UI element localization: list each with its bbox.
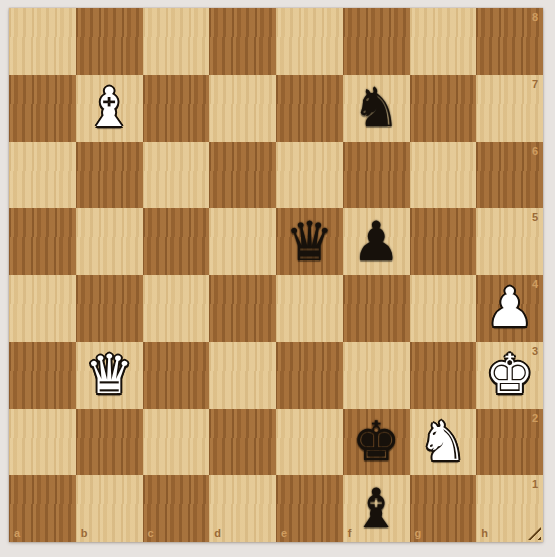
square-d2[interactable] <box>209 409 276 476</box>
square-f8[interactable] <box>343 8 410 75</box>
square-b7[interactable]: ♝ <box>76 75 143 142</box>
square-c2[interactable] <box>143 409 210 476</box>
square-b3[interactable]: ♛ <box>76 342 143 409</box>
square-b4[interactable] <box>76 275 143 342</box>
rank-label-1: 1 <box>532 478 538 490</box>
square-d1[interactable]: d <box>209 475 276 542</box>
chess-app-stage: 8♝♞76♛♟54♟♛3♚♚♞2abcdef♝gh1 <box>0 0 555 557</box>
square-h8[interactable]: 8 <box>476 8 543 75</box>
square-b5[interactable] <box>76 208 143 275</box>
white-pawn-icon[interactable]: ♟ <box>476 275 543 342</box>
square-h2[interactable]: 2 <box>476 409 543 476</box>
file-label-a: a <box>14 527 20 539</box>
white-king-icon[interactable]: ♚ <box>476 342 543 409</box>
square-f1[interactable]: f♝ <box>343 475 410 542</box>
square-b6[interactable] <box>76 142 143 209</box>
rank-label-8: 8 <box>532 11 538 23</box>
square-d4[interactable] <box>209 275 276 342</box>
square-h5[interactable]: 5 <box>476 208 543 275</box>
rank-label-7: 7 <box>532 78 538 90</box>
square-c1[interactable]: c <box>143 475 210 542</box>
square-f5[interactable]: ♟ <box>343 208 410 275</box>
square-a1[interactable]: a <box>9 475 76 542</box>
square-b1[interactable]: b <box>76 475 143 542</box>
board-resize-handle-icon[interactable] <box>528 527 541 540</box>
rank-label-5: 5 <box>532 211 538 223</box>
square-e3[interactable] <box>276 342 343 409</box>
square-h6[interactable]: 6 <box>476 142 543 209</box>
rank-label-2: 2 <box>532 412 538 424</box>
square-e5[interactable]: ♛ <box>276 208 343 275</box>
file-label-c: c <box>148 527 154 539</box>
square-c4[interactable] <box>143 275 210 342</box>
white-bishop-icon[interactable]: ♝ <box>76 75 143 142</box>
square-e8[interactable] <box>276 8 343 75</box>
square-d3[interactable] <box>209 342 276 409</box>
square-d7[interactable] <box>209 75 276 142</box>
square-c6[interactable] <box>143 142 210 209</box>
square-g7[interactable] <box>410 75 477 142</box>
square-c3[interactable] <box>143 342 210 409</box>
square-f3[interactable] <box>343 342 410 409</box>
square-a6[interactable] <box>9 142 76 209</box>
square-c7[interactable] <box>143 75 210 142</box>
square-h7[interactable]: 7 <box>476 75 543 142</box>
square-b2[interactable] <box>76 409 143 476</box>
square-f2[interactable]: ♚ <box>343 409 410 476</box>
square-c8[interactable] <box>143 8 210 75</box>
square-d8[interactable] <box>209 8 276 75</box>
square-g2[interactable]: ♞ <box>410 409 477 476</box>
square-e7[interactable] <box>276 75 343 142</box>
black-king-icon[interactable]: ♚ <box>343 409 410 476</box>
square-f4[interactable] <box>343 275 410 342</box>
file-label-e: e <box>281 527 287 539</box>
square-e4[interactable] <box>276 275 343 342</box>
file-label-b: b <box>81 527 88 539</box>
square-d5[interactable] <box>209 208 276 275</box>
square-h1[interactable]: h1 <box>476 475 543 542</box>
square-g6[interactable] <box>410 142 477 209</box>
rank-label-6: 6 <box>532 145 538 157</box>
file-label-g: g <box>415 527 422 539</box>
square-a5[interactable] <box>9 208 76 275</box>
file-label-h: h <box>481 527 488 539</box>
square-a3[interactable] <box>9 342 76 409</box>
chess-board: 8♝♞76♛♟54♟♛3♚♚♞2abcdef♝gh1 <box>9 8 543 542</box>
square-g1[interactable]: g <box>410 475 477 542</box>
square-c5[interactable] <box>143 208 210 275</box>
square-h4[interactable]: 4♟ <box>476 275 543 342</box>
square-a4[interactable] <box>9 275 76 342</box>
black-bishop-icon[interactable]: ♝ <box>343 475 410 542</box>
square-a7[interactable] <box>9 75 76 142</box>
white-queen-icon[interactable]: ♛ <box>76 342 143 409</box>
square-e2[interactable] <box>276 409 343 476</box>
square-d6[interactable] <box>209 142 276 209</box>
square-g8[interactable] <box>410 8 477 75</box>
square-f6[interactable] <box>343 142 410 209</box>
square-g4[interactable] <box>410 275 477 342</box>
square-f7[interactable]: ♞ <box>343 75 410 142</box>
black-pawn-icon[interactable]: ♟ <box>343 208 410 275</box>
black-queen-icon[interactable]: ♛ <box>276 208 343 275</box>
square-a8[interactable] <box>9 8 76 75</box>
square-g3[interactable] <box>410 342 477 409</box>
file-label-d: d <box>214 527 221 539</box>
black-knight-icon[interactable]: ♞ <box>343 75 410 142</box>
square-h3[interactable]: 3♚ <box>476 342 543 409</box>
white-knight-icon[interactable]: ♞ <box>410 409 477 476</box>
square-e6[interactable] <box>276 142 343 209</box>
square-e1[interactable]: e <box>276 475 343 542</box>
square-g5[interactable] <box>410 208 477 275</box>
square-a2[interactable] <box>9 409 76 476</box>
square-b8[interactable] <box>76 8 143 75</box>
